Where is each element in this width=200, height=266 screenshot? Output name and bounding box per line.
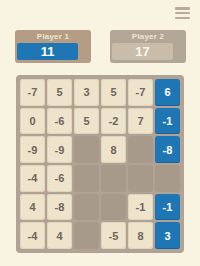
player1-panel: Player 1 11 — [15, 30, 91, 63]
player2-score: 17 — [112, 43, 173, 60]
game-board: -7535-760-65-27-1-9-98-8-4-64-8-1-1-44-5… — [16, 75, 184, 253]
grid-cell-tile[interactable]: 5 — [101, 79, 126, 106]
grid-cell-tile[interactable]: -1 — [155, 194, 180, 221]
grid-cell-empty — [128, 136, 153, 163]
player2-panel: Player 2 17 — [110, 30, 186, 63]
grid-cell-empty — [155, 165, 180, 192]
grid-cell-tile[interactable]: -7 — [128, 79, 153, 106]
player1-score: 11 — [17, 43, 78, 60]
grid-cell-tile[interactable]: 6 — [155, 79, 180, 106]
grid-cell-tile[interactable]: 3 — [74, 79, 99, 106]
player1-name: Player 1 — [15, 30, 91, 43]
hamburger-icon — [175, 12, 190, 15]
grid-cell-tile[interactable]: 8 — [101, 136, 126, 163]
grid-cell-tile[interactable]: -1 — [128, 194, 153, 221]
hamburger-icon — [175, 17, 190, 20]
hamburger-icon — [175, 7, 190, 10]
grid-cell-tile[interactable]: -8 — [47, 194, 72, 221]
grid-cell-tile[interactable]: 4 — [47, 222, 72, 249]
grid-cell-tile[interactable]: -6 — [47, 108, 72, 135]
grid-cell-tile[interactable]: -5 — [101, 222, 126, 249]
grid-cell-empty — [101, 165, 126, 192]
grid-cell-empty — [101, 194, 126, 221]
grid-cell-tile[interactable]: 5 — [74, 108, 99, 135]
grid-cell-tile[interactable]: -9 — [47, 136, 72, 163]
grid-cell-tile[interactable]: 4 — [20, 194, 45, 221]
grid-cell-tile[interactable]: -4 — [20, 165, 45, 192]
grid-cell-tile[interactable]: 3 — [155, 222, 180, 249]
grid-cell-tile[interactable]: 8 — [128, 222, 153, 249]
grid-cell-tile[interactable]: -2 — [101, 108, 126, 135]
menu-button[interactable] — [175, 7, 190, 19]
grid-cell-tile[interactable]: -1 — [155, 108, 180, 135]
grid-cell-empty — [74, 194, 99, 221]
player2-name: Player 2 — [110, 30, 186, 43]
grid-cell-empty — [74, 165, 99, 192]
grid-cell-tile[interactable]: -6 — [47, 165, 72, 192]
grid-cell-tile[interactable]: -4 — [20, 222, 45, 249]
grid-cell-tile[interactable]: -9 — [20, 136, 45, 163]
grid-cell-empty — [128, 165, 153, 192]
grid-cell-tile[interactable]: 7 — [128, 108, 153, 135]
grid-cell-tile[interactable]: -7 — [20, 79, 45, 106]
grid-cell-tile[interactable]: 0 — [20, 108, 45, 135]
grid-cell-tile[interactable]: -8 — [155, 136, 180, 163]
grid-cell-empty — [74, 222, 99, 249]
grid-cell-empty — [74, 136, 99, 163]
grid-cell-tile[interactable]: 5 — [47, 79, 72, 106]
